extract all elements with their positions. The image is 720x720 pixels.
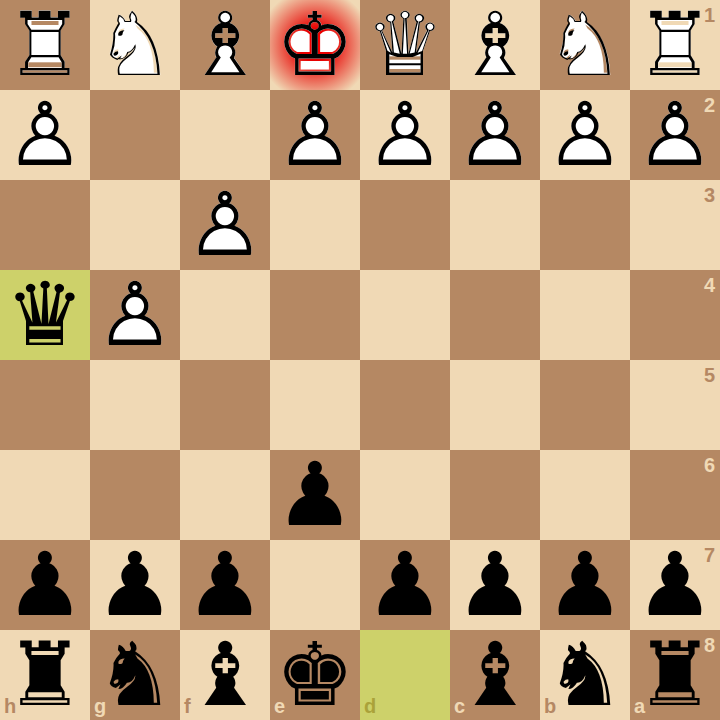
square-d8[interactable]: d: [360, 630, 450, 720]
piece-glyph: ♖: [630, 0, 720, 90]
rank-label-3: 3: [704, 185, 715, 205]
square-f4[interactable]: [180, 270, 270, 360]
black-rook-h8[interactable]: ♜: [0, 630, 90, 720]
square-h3[interactable]: [0, 180, 90, 270]
square-b5[interactable]: [540, 360, 630, 450]
square-e2[interactable]: ♟♙: [270, 90, 360, 180]
file-label-d: d: [364, 696, 376, 716]
black-knight-b8[interactable]: ♞: [540, 630, 630, 720]
piece-glyph: ♜: [0, 0, 90, 90]
piece-glyph: ♞: [540, 630, 630, 720]
black-pawn-h7[interactable]: ♟: [0, 540, 90, 630]
square-b2[interactable]: ♟♙: [540, 90, 630, 180]
square-e8[interactable]: e♚: [270, 630, 360, 720]
square-h5[interactable]: [0, 360, 90, 450]
square-e3[interactable]: [270, 180, 360, 270]
square-g4[interactable]: ♟♙: [90, 270, 180, 360]
square-g7[interactable]: ♟: [90, 540, 180, 630]
piece-glyph: ♟: [360, 90, 450, 180]
square-d2[interactable]: ♟♙: [360, 90, 450, 180]
piece-glyph: ♝: [180, 0, 270, 90]
square-a8[interactable]: 8a♜: [630, 630, 720, 720]
piece-glyph: ♘: [540, 0, 630, 90]
square-e5[interactable]: [270, 360, 360, 450]
piece-glyph: ♟: [540, 540, 630, 630]
square-h4[interactable]: ♛: [0, 270, 90, 360]
square-b8[interactable]: b♞: [540, 630, 630, 720]
piece-glyph: ♙: [270, 90, 360, 180]
piece-glyph: ♙: [180, 180, 270, 270]
white-rook-h1[interactable]: ♜♖: [0, 0, 90, 90]
square-a2[interactable]: 2♟♙: [630, 90, 720, 180]
piece-glyph: ♟: [270, 450, 360, 540]
piece-glyph: ♙: [0, 90, 90, 180]
piece-glyph: ♟: [180, 180, 270, 270]
white-pawn-c2[interactable]: ♟♙: [450, 90, 540, 180]
square-e4[interactable]: [270, 270, 360, 360]
square-c3[interactable]: [450, 180, 540, 270]
square-f5[interactable]: [180, 360, 270, 450]
square-a6[interactable]: 6: [630, 450, 720, 540]
square-b3[interactable]: [540, 180, 630, 270]
square-f1[interactable]: ♝♗: [180, 0, 270, 90]
piece-glyph: ♟: [90, 270, 180, 360]
square-d1[interactable]: ♛♕: [360, 0, 450, 90]
square-d7[interactable]: ♟: [360, 540, 450, 630]
piece-glyph: ♞: [90, 0, 180, 90]
piece-glyph: ♛: [0, 270, 90, 360]
piece-glyph: ♟: [540, 90, 630, 180]
rank-label-6: 6: [704, 455, 715, 475]
black-bishop-f8[interactable]: ♝: [180, 630, 270, 720]
piece-glyph: ♟: [630, 540, 720, 630]
piece-glyph: ♜: [630, 630, 720, 720]
square-g8[interactable]: g♞: [90, 630, 180, 720]
square-h8[interactable]: h♜: [0, 630, 90, 720]
rank-label-4: 4: [704, 275, 715, 295]
piece-glyph: ♙: [450, 90, 540, 180]
piece-glyph: ♚: [270, 0, 360, 90]
square-f2[interactable]: [180, 90, 270, 180]
rank-label-5: 5: [704, 365, 715, 385]
piece-glyph: ♟: [450, 90, 540, 180]
piece-glyph: ♟: [0, 90, 90, 180]
square-f3[interactable]: ♟♙: [180, 180, 270, 270]
piece-glyph: ♞: [540, 0, 630, 90]
square-h1[interactable]: ♜♖: [0, 0, 90, 90]
square-b1[interactable]: ♞♘: [540, 0, 630, 90]
piece-glyph: ♞: [90, 630, 180, 720]
square-c7[interactable]: ♟: [450, 540, 540, 630]
square-g2[interactable]: [90, 90, 180, 180]
square-e6[interactable]: ♟: [270, 450, 360, 540]
piece-glyph: ♟: [360, 540, 450, 630]
white-pawn-g4[interactable]: ♟♙: [90, 270, 180, 360]
piece-glyph: ♝: [450, 0, 540, 90]
square-g5[interactable]: [90, 360, 180, 450]
piece-glyph: ♙: [630, 90, 720, 180]
square-a7[interactable]: 7♟: [630, 540, 720, 630]
black-pawn-f7[interactable]: ♟: [180, 540, 270, 630]
white-pawn-d2[interactable]: ♟♙: [360, 90, 450, 180]
square-a1[interactable]: 1♜♖: [630, 0, 720, 90]
square-a3[interactable]: 3: [630, 180, 720, 270]
piece-glyph: ♟: [630, 90, 720, 180]
square-f8[interactable]: f♝: [180, 630, 270, 720]
black-queen-h4[interactable]: ♛: [0, 270, 90, 360]
white-pawn-b2[interactable]: ♟♙: [540, 90, 630, 180]
piece-glyph: ♜: [0, 630, 90, 720]
chess-board: ♜♖♞♘♝♗♚♔♛♕♝♗♞♘1♜♖♟♙♟♙♟♙♟♙♟♙2♟♙♟♙3♛♟♙45♟6…: [0, 0, 720, 720]
white-rook-a1[interactable]: ♜♖: [630, 0, 720, 90]
square-g6[interactable]: [90, 450, 180, 540]
square-c6[interactable]: [450, 450, 540, 540]
piece-glyph: ♘: [90, 0, 180, 90]
white-pawn-a2[interactable]: ♟♙: [630, 90, 720, 180]
square-b6[interactable]: [540, 450, 630, 540]
piece-glyph: ♝: [450, 630, 540, 720]
piece-glyph: ♖: [0, 0, 90, 90]
square-d4[interactable]: [360, 270, 450, 360]
black-king-e8[interactable]: ♚: [270, 630, 360, 720]
square-h7[interactable]: ♟: [0, 540, 90, 630]
square-h6[interactable]: [0, 450, 90, 540]
black-pawn-b7[interactable]: ♟: [540, 540, 630, 630]
piece-glyph: ♗: [180, 0, 270, 90]
black-pawn-c7[interactable]: ♟: [450, 540, 540, 630]
piece-glyph: ♕: [360, 0, 450, 90]
black-pawn-a7[interactable]: ♟: [630, 540, 720, 630]
white-pawn-f3[interactable]: ♟♙: [180, 180, 270, 270]
white-king-e1[interactable]: ♚♔: [270, 0, 360, 90]
piece-glyph: ♟: [90, 540, 180, 630]
piece-glyph: ♜: [630, 0, 720, 90]
piece-glyph: ♟: [0, 540, 90, 630]
square-e7[interactable]: [270, 540, 360, 630]
square-b7[interactable]: ♟: [540, 540, 630, 630]
black-pawn-d7[interactable]: ♟: [360, 540, 450, 630]
square-c8[interactable]: c♝: [450, 630, 540, 720]
square-c1[interactable]: ♝♗: [450, 0, 540, 90]
white-bishop-c1[interactable]: ♝♗: [450, 0, 540, 90]
piece-glyph: ♙: [540, 90, 630, 180]
piece-glyph: ♔: [270, 0, 360, 90]
square-c5[interactable]: [450, 360, 540, 450]
piece-glyph: ♛: [360, 0, 450, 90]
last-move-highlight: [360, 630, 450, 720]
piece-glyph: ♝: [180, 630, 270, 720]
black-pawn-e6[interactable]: ♟: [270, 450, 360, 540]
square-a4[interactable]: 4: [630, 270, 720, 360]
white-bishop-f1[interactable]: ♝♗: [180, 0, 270, 90]
black-rook-a8[interactable]: ♜: [630, 630, 720, 720]
black-knight-g8[interactable]: ♞: [90, 630, 180, 720]
square-e1[interactable]: ♚♔: [270, 0, 360, 90]
square-b4[interactable]: [540, 270, 630, 360]
square-a5[interactable]: 5: [630, 360, 720, 450]
square-d6[interactable]: [360, 450, 450, 540]
piece-glyph: ♟: [450, 540, 540, 630]
piece-glyph: ♟: [180, 540, 270, 630]
piece-glyph: ♚: [270, 630, 360, 720]
square-h2[interactable]: ♟♙: [0, 90, 90, 180]
square-f6[interactable]: [180, 450, 270, 540]
white-knight-b1[interactable]: ♞♘: [540, 0, 630, 90]
white-pawn-h2[interactable]: ♟♙: [0, 90, 90, 180]
square-g1[interactable]: ♞♘: [90, 0, 180, 90]
square-f7[interactable]: ♟: [180, 540, 270, 630]
white-knight-g1[interactable]: ♞♘: [90, 0, 180, 90]
white-pawn-e2[interactable]: ♟♙: [270, 90, 360, 180]
square-g3[interactable]: [90, 180, 180, 270]
black-bishop-c8[interactable]: ♝: [450, 630, 540, 720]
square-c2[interactable]: ♟♙: [450, 90, 540, 180]
square-d3[interactable]: [360, 180, 450, 270]
black-pawn-g7[interactable]: ♟: [90, 540, 180, 630]
square-c4[interactable]: [450, 270, 540, 360]
square-d5[interactable]: [360, 360, 450, 450]
white-queen-d1[interactable]: ♛♕: [360, 0, 450, 90]
piece-glyph: ♙: [360, 90, 450, 180]
piece-glyph: ♙: [90, 270, 180, 360]
piece-glyph: ♟: [270, 90, 360, 180]
piece-glyph: ♗: [450, 0, 540, 90]
